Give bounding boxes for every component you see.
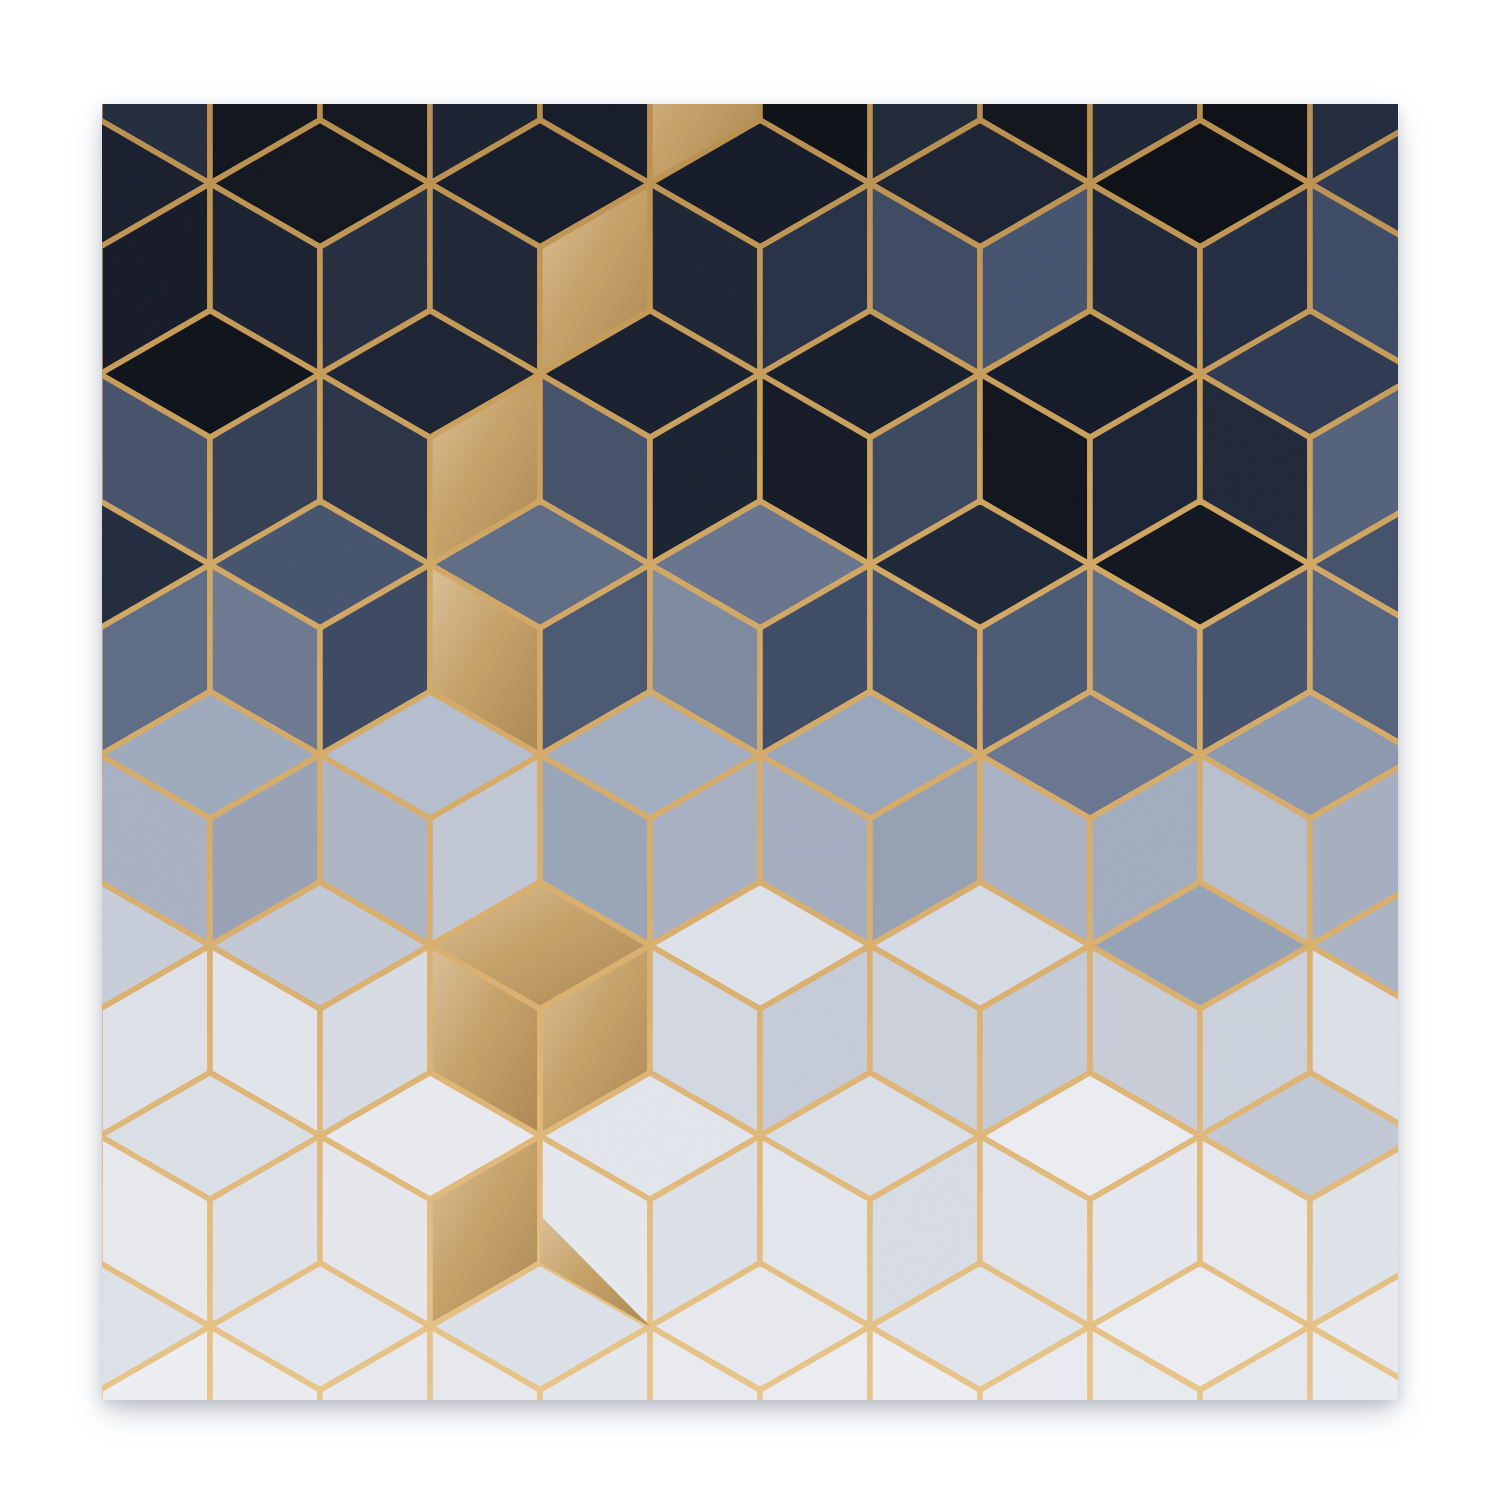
cube-pattern-svg — [102, 104, 1398, 1400]
texture-grain-overlay — [102, 104, 1398, 1400]
page-background — [0, 0, 1500, 1500]
art-print — [102, 104, 1398, 1400]
